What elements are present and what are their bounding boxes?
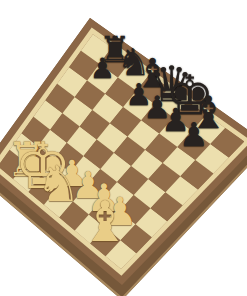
chess-set-photo: ♜♞♟♝♛♟♚♟♝♟♟♜♟♚♟♞♟♟♝ <box>0 0 247 296</box>
chess-piece-black-pawn[interactable]: ♟ <box>179 117 209 150</box>
pieces-layer: ♜♞♟♝♛♟♚♟♝♟♟♜♟♚♟♞♟♟♝ <box>0 0 247 296</box>
chess-piece-black-pawn[interactable]: ♟ <box>90 55 115 83</box>
chess-piece-white-knight[interactable]: ♞ <box>36 160 80 210</box>
chess-piece-white-bishop[interactable]: ♝ <box>80 194 130 250</box>
